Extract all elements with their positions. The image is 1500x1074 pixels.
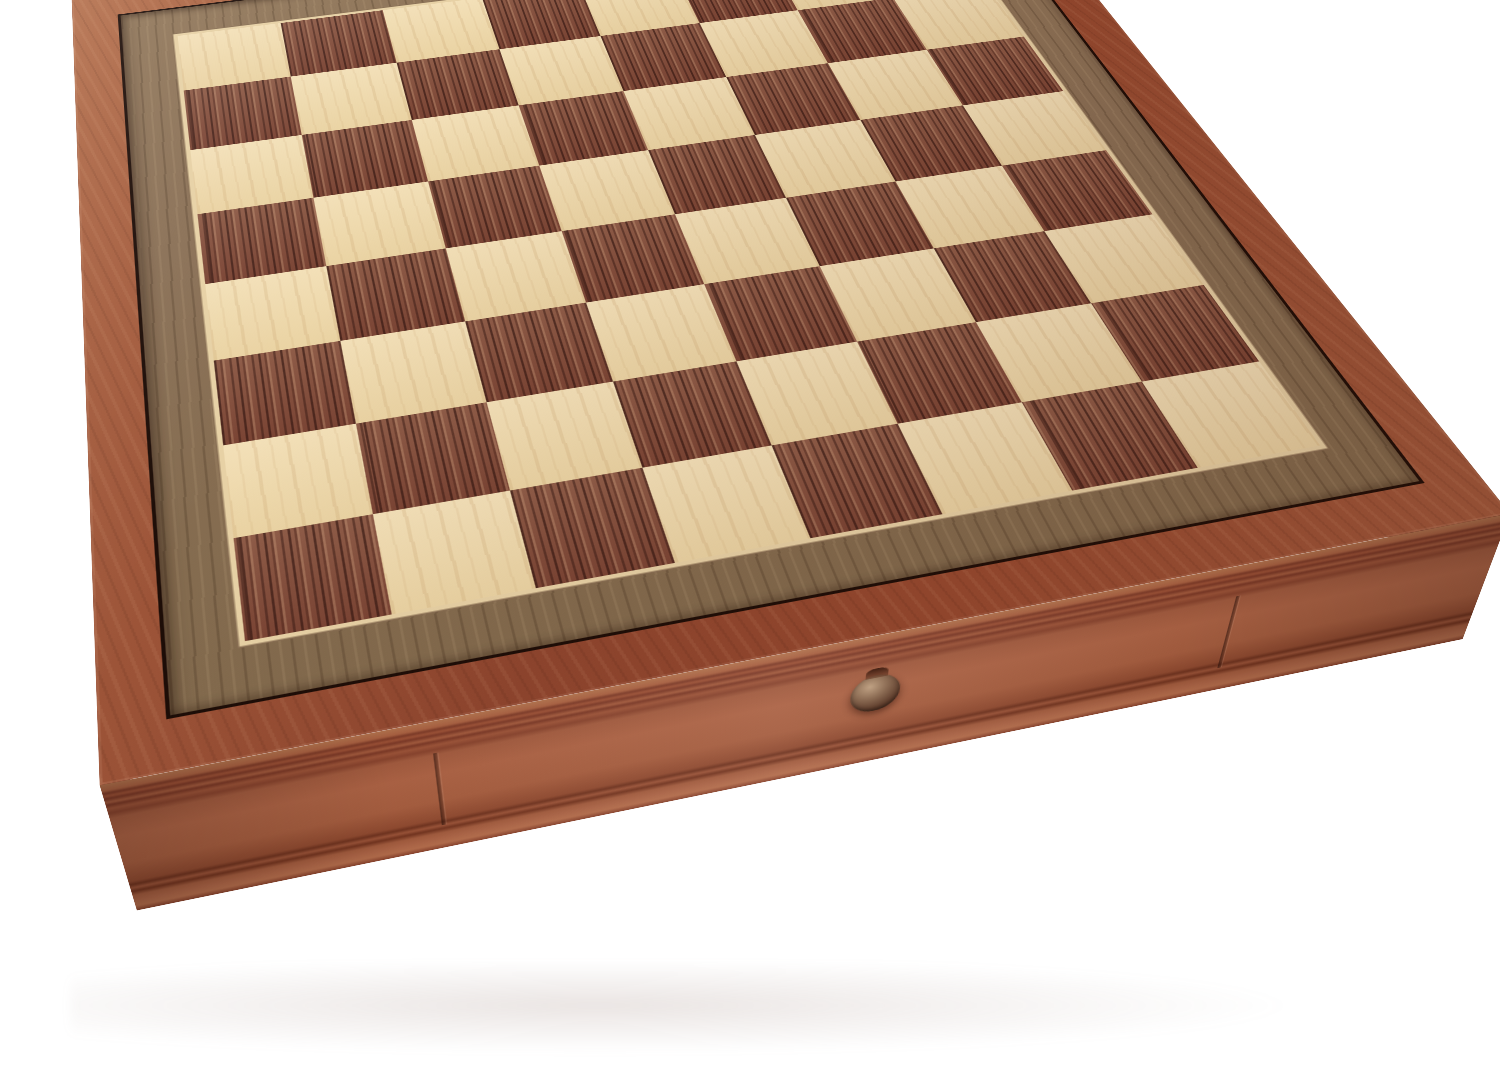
scene [0,0,1500,1074]
drawer-seam-right [1217,596,1240,669]
maple-fillet [172,0,1331,649]
square-b1 [373,490,535,614]
chess-box [97,0,1463,911]
product-photo-canvas [0,0,1500,1074]
drawer-knob [849,670,902,715]
square-a1 [234,514,393,641]
drawer-seam-left [433,753,446,826]
playing-field [178,0,1320,641]
